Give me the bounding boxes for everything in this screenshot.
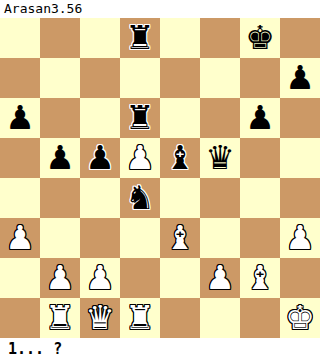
square-b3[interactable] [40, 218, 80, 258]
piece-white-pawn[interactable]: ♟ [205, 258, 235, 298]
square-c3[interactable] [80, 218, 120, 258]
square-h1[interactable]: ♚ [280, 298, 320, 338]
square-d3[interactable] [120, 218, 160, 258]
square-e2[interactable] [160, 258, 200, 298]
chess-app-window: Arasan3.56 ♜♚♟♟♜♟♟♟♟♝♛♞♟♝♟♟♟♟♝♜♛♜♚ 1... … [0, 0, 320, 360]
square-e7[interactable] [160, 58, 200, 98]
square-h7[interactable]: ♟ [280, 58, 320, 98]
square-g8[interactable]: ♚ [240, 18, 280, 58]
square-g6[interactable]: ♟ [240, 98, 280, 138]
square-c1[interactable]: ♛ [80, 298, 120, 338]
square-g2[interactable]: ♝ [240, 258, 280, 298]
square-e1[interactable] [160, 298, 200, 338]
square-d4[interactable]: ♞ [120, 178, 160, 218]
square-a1[interactable] [0, 298, 40, 338]
square-f5[interactable]: ♛ [200, 138, 240, 178]
square-h6[interactable] [280, 98, 320, 138]
square-f4[interactable] [200, 178, 240, 218]
piece-white-pawn[interactable]: ♟ [125, 138, 155, 178]
square-h3[interactable]: ♟ [280, 218, 320, 258]
square-a5[interactable] [0, 138, 40, 178]
square-d1[interactable]: ♜ [120, 298, 160, 338]
square-c4[interactable] [80, 178, 120, 218]
square-d8[interactable]: ♜ [120, 18, 160, 58]
piece-black-rook[interactable]: ♜ [125, 98, 155, 138]
square-f1[interactable] [200, 298, 240, 338]
square-c2[interactable]: ♟ [80, 258, 120, 298]
square-h5[interactable] [280, 138, 320, 178]
square-f7[interactable] [200, 58, 240, 98]
square-a2[interactable] [0, 258, 40, 298]
move-prompt: 1... ? [0, 338, 320, 360]
square-g7[interactable] [240, 58, 280, 98]
piece-white-pawn[interactable]: ♟ [285, 218, 315, 258]
square-a8[interactable] [0, 18, 40, 58]
piece-white-bishop[interactable]: ♝ [245, 258, 275, 298]
square-c7[interactable] [80, 58, 120, 98]
piece-black-king[interactable]: ♚ [245, 18, 275, 58]
square-b1[interactable]: ♜ [40, 298, 80, 338]
piece-black-pawn[interactable]: ♟ [245, 98, 275, 138]
square-f2[interactable]: ♟ [200, 258, 240, 298]
square-g3[interactable] [240, 218, 280, 258]
square-e3[interactable]: ♝ [160, 218, 200, 258]
square-a4[interactable] [0, 178, 40, 218]
piece-white-pawn[interactable]: ♟ [45, 258, 75, 298]
square-f3[interactable] [200, 218, 240, 258]
square-b5[interactable]: ♟ [40, 138, 80, 178]
square-d6[interactable]: ♜ [120, 98, 160, 138]
square-a3[interactable]: ♟ [0, 218, 40, 258]
chess-board[interactable]: ♜♚♟♟♜♟♟♟♟♝♛♞♟♝♟♟♟♟♝♜♛♜♚ [0, 18, 320, 338]
square-h2[interactable] [280, 258, 320, 298]
square-a6[interactable]: ♟ [0, 98, 40, 138]
square-a7[interactable] [0, 58, 40, 98]
piece-black-rook[interactable]: ♜ [125, 18, 155, 58]
square-e8[interactable] [160, 18, 200, 58]
piece-black-pawn[interactable]: ♟ [85, 138, 115, 178]
square-e4[interactable] [160, 178, 200, 218]
square-c6[interactable] [80, 98, 120, 138]
square-h8[interactable] [280, 18, 320, 58]
square-c5[interactable]: ♟ [80, 138, 120, 178]
square-c8[interactable] [80, 18, 120, 58]
square-e6[interactable] [160, 98, 200, 138]
square-d5[interactable]: ♟ [120, 138, 160, 178]
piece-black-bishop[interactable]: ♝ [165, 138, 195, 178]
piece-black-queen[interactable]: ♛ [205, 138, 235, 178]
piece-white-bishop[interactable]: ♝ [165, 218, 195, 258]
square-b8[interactable] [40, 18, 80, 58]
square-b2[interactable]: ♟ [40, 258, 80, 298]
square-g4[interactable] [240, 178, 280, 218]
piece-white-queen[interactable]: ♛ [85, 298, 115, 338]
square-d2[interactable] [120, 258, 160, 298]
square-b6[interactable] [40, 98, 80, 138]
window-title: Arasan3.56 [0, 0, 320, 18]
piece-white-king[interactable]: ♚ [285, 298, 315, 338]
square-e5[interactable]: ♝ [160, 138, 200, 178]
piece-white-pawn[interactable]: ♟ [85, 258, 115, 298]
square-b4[interactable] [40, 178, 80, 218]
piece-white-rook[interactable]: ♜ [125, 298, 155, 338]
piece-black-pawn[interactable]: ♟ [45, 138, 75, 178]
square-g1[interactable] [240, 298, 280, 338]
piece-white-rook[interactable]: ♜ [45, 298, 75, 338]
piece-black-pawn[interactable]: ♟ [5, 98, 35, 138]
piece-black-pawn[interactable]: ♟ [285, 58, 315, 98]
square-h4[interactable] [280, 178, 320, 218]
piece-black-knight[interactable]: ♞ [125, 178, 155, 218]
piece-white-pawn[interactable]: ♟ [5, 218, 35, 258]
square-f8[interactable] [200, 18, 240, 58]
square-b7[interactable] [40, 58, 80, 98]
square-f6[interactable] [200, 98, 240, 138]
square-d7[interactable] [120, 58, 160, 98]
square-g5[interactable] [240, 138, 280, 178]
